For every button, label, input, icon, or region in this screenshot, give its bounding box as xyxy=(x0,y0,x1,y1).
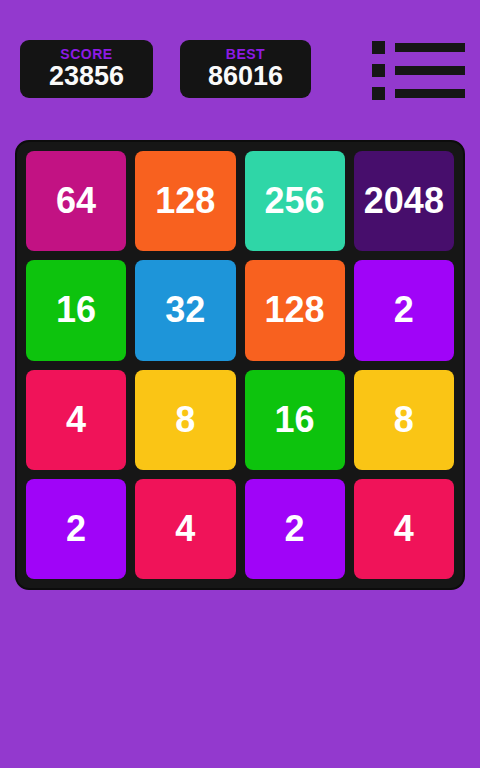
tile-r1c3: 256 xyxy=(245,151,345,251)
list-menu-icon xyxy=(372,87,465,100)
tile-r3c2: 8 xyxy=(135,370,235,470)
tile-r3c4: 8 xyxy=(354,370,454,470)
menu-bar-icon xyxy=(395,89,465,98)
tile-r1c1: 64 xyxy=(26,151,126,251)
tile-r1c2: 128 xyxy=(135,151,235,251)
tile-r4c1: 2 xyxy=(26,479,126,579)
list-menu-icon xyxy=(372,41,465,54)
menu-bullet-icon xyxy=(372,87,385,100)
tile-r2c1: 16 xyxy=(26,260,126,360)
tile-r2c2: 32 xyxy=(135,260,235,360)
tile-r1c4: 2048 xyxy=(354,151,454,251)
best-label: BEST xyxy=(226,47,265,62)
tile-r3c3: 16 xyxy=(245,370,345,470)
game-board[interactable]: 64 128 256 2048 16 32 128 2 4 8 16 8 2 4… xyxy=(15,140,465,590)
menu-bullet-icon xyxy=(372,64,385,77)
menu-bullet-icon xyxy=(372,41,385,54)
best-score-panel: BEST 86016 xyxy=(180,40,311,98)
tile-r4c2: 4 xyxy=(135,479,235,579)
tile-r3c1: 4 xyxy=(26,370,126,470)
menu-button[interactable] xyxy=(372,41,465,100)
score-label: SCORE xyxy=(60,47,112,62)
tile-r4c4: 4 xyxy=(354,479,454,579)
menu-bar-icon xyxy=(395,43,465,52)
score-value: 23856 xyxy=(49,62,124,91)
list-menu-icon xyxy=(372,64,465,77)
tile-r2c4: 2 xyxy=(354,260,454,360)
score-panel: SCORE 23856 xyxy=(20,40,153,98)
menu-bar-icon xyxy=(395,66,465,75)
best-value: 86016 xyxy=(208,62,283,91)
tile-r2c3: 128 xyxy=(245,260,345,360)
tile-r4c3: 2 xyxy=(245,479,345,579)
